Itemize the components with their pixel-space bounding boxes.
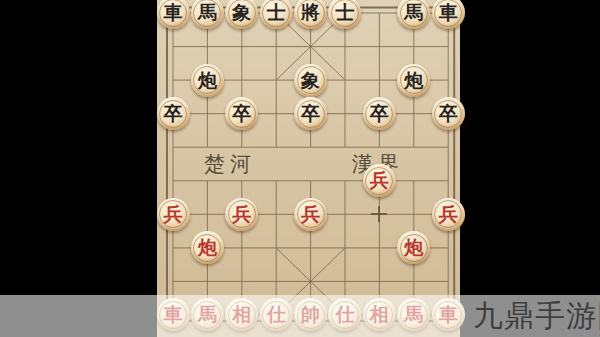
board-point-d2[interactable] (259, 63, 293, 97)
board-point-g6[interactable] (362, 197, 396, 231)
piece-glyph: 馬 (198, 3, 217, 22)
letterbox-left (0, 0, 157, 337)
board-point-e4[interactable] (293, 130, 327, 164)
board-point-f5[interactable] (328, 164, 362, 198)
piece-glyph: 卒 (370, 104, 389, 123)
board-point-e0[interactable]: 將 (293, 0, 327, 30)
board-point-f8[interactable] (328, 265, 362, 299)
board-point-b8[interactable] (190, 265, 224, 299)
board-point-f0[interactable]: 士 (328, 0, 362, 30)
board-point-b4[interactable] (190, 130, 224, 164)
board-point-b7[interactable]: 炮 (190, 231, 224, 265)
piece-black-advisor[interactable]: 士 (328, 0, 361, 29)
board-point-a7[interactable] (156, 231, 190, 265)
board-point-h2[interactable]: 炮 (397, 63, 431, 97)
board-point-c0[interactable]: 象 (225, 0, 259, 30)
board-point-a2[interactable] (156, 63, 190, 97)
xiangqi-board: 楚河 漢界 車馬象士將士馬車炮象炮卒卒卒卒卒兵兵兵兵兵炮炮車馬相仕帥仕相馬車 (157, 0, 460, 337)
board-point-g1[interactable] (362, 30, 396, 64)
board-point-g8[interactable] (362, 265, 396, 299)
board-point-c8[interactable] (225, 265, 259, 299)
board-point-a8[interactable] (156, 265, 190, 299)
piece-glyph: 兵 (439, 205, 458, 224)
board-point-i6[interactable]: 兵 (431, 197, 465, 231)
board-point-f3[interactable] (328, 97, 362, 131)
piece-glyph: 炮 (198, 238, 217, 257)
piece-glyph: 車 (164, 3, 183, 22)
board-point-g3[interactable]: 卒 (362, 97, 396, 131)
piece-black-horse[interactable]: 馬 (397, 0, 430, 29)
board-point-g5[interactable]: 兵 (362, 164, 396, 198)
board-point-a1[interactable] (156, 30, 190, 64)
piece-red-cannon[interactable]: 炮 (397, 231, 430, 264)
board-point-e8[interactable] (293, 265, 327, 299)
board-point-e1[interactable] (293, 30, 327, 64)
board-point-a0[interactable]: 車 (156, 0, 190, 30)
board-point-e6[interactable]: 兵 (293, 197, 327, 231)
board-point-c3[interactable]: 卒 (225, 97, 259, 131)
board-point-d1[interactable] (259, 30, 293, 64)
piece-red-soldier[interactable]: 兵 (157, 198, 190, 231)
board-point-c1[interactable] (225, 30, 259, 64)
piece-glyph: 馬 (404, 3, 423, 22)
piece-glyph: 炮 (404, 238, 423, 257)
board-point-g4[interactable] (362, 130, 396, 164)
board-point-d5[interactable] (259, 164, 293, 198)
letterbox-right (460, 0, 600, 337)
piece-glyph: 炮 (404, 71, 423, 90)
piece-glyph: 兵 (232, 205, 251, 224)
piece-black-soldier[interactable]: 卒 (225, 97, 258, 130)
board-point-c4[interactable] (225, 130, 259, 164)
board-point-d4[interactable] (259, 130, 293, 164)
board-point-b2[interactable]: 炮 (190, 63, 224, 97)
board-point-c7[interactable] (225, 231, 259, 265)
piece-glyph: 象 (232, 3, 251, 22)
board-point-i1[interactable] (431, 30, 465, 64)
board-point-e3[interactable]: 卒 (293, 97, 327, 131)
board-point-d6[interactable] (259, 197, 293, 231)
board-point-d8[interactable] (259, 265, 293, 299)
piece-glyph: 兵 (370, 171, 389, 190)
board-point-b3[interactable] (190, 97, 224, 131)
piece-black-general[interactable]: 將 (294, 0, 327, 29)
board-point-a6[interactable]: 兵 (156, 197, 190, 231)
board-point-i5[interactable] (431, 164, 465, 198)
board-point-f7[interactable] (328, 231, 362, 265)
board-point-f2[interactable] (328, 63, 362, 97)
board-point-a4[interactable] (156, 130, 190, 164)
board-point-b5[interactable] (190, 164, 224, 198)
piece-black-horse[interactable]: 馬 (191, 0, 224, 29)
piece-glyph: 兵 (301, 205, 320, 224)
piece-glyph: 車 (439, 3, 458, 22)
board-point-h5[interactable] (397, 164, 431, 198)
game-screenshot: 楚河 漢界 車馬象士將士馬車炮象炮卒卒卒卒卒兵兵兵兵兵炮炮車馬相仕帥仕相馬車 九… (0, 0, 600, 337)
watermark-text: 九鼎手游网 (473, 300, 600, 332)
piece-red-soldier[interactable]: 兵 (363, 164, 396, 197)
board-point-i0[interactable]: 車 (431, 0, 465, 30)
piece-black-soldier[interactable]: 卒 (432, 97, 465, 130)
board-point-e7[interactable] (293, 231, 327, 265)
piece-black-chariot[interactable]: 車 (157, 0, 190, 29)
board-point-g7[interactable] (362, 231, 396, 265)
piece-black-cannon[interactable]: 炮 (191, 64, 224, 97)
board-point-i2[interactable] (431, 63, 465, 97)
board-point-e5[interactable] (293, 164, 327, 198)
board-point-h1[interactable] (397, 30, 431, 64)
board-point-h3[interactable] (397, 97, 431, 131)
board-point-d3[interactable] (259, 97, 293, 131)
board-point-i4[interactable] (431, 130, 465, 164)
board-point-e2[interactable]: 象 (293, 63, 327, 97)
board-point-c5[interactable] (225, 164, 259, 198)
point-marker-cross (371, 206, 387, 222)
piece-red-soldier[interactable]: 兵 (432, 198, 465, 231)
piece-glyph: 炮 (198, 71, 217, 90)
piece-black-soldier[interactable]: 卒 (294, 97, 327, 130)
board-point-h8[interactable] (397, 265, 431, 299)
piece-glyph: 卒 (301, 104, 320, 123)
board-point-c2[interactable] (225, 63, 259, 97)
board-point-b6[interactable] (190, 197, 224, 231)
piece-glyph: 卒 (232, 104, 251, 123)
piece-red-soldier[interactable]: 兵 (225, 198, 258, 231)
board-point-b1[interactable] (190, 30, 224, 64)
piece-black-elephant[interactable]: 象 (294, 64, 327, 97)
board-point-g0[interactable] (362, 0, 396, 30)
board-point-h0[interactable]: 馬 (397, 0, 431, 30)
piece-black-cannon[interactable]: 炮 (397, 64, 430, 97)
piece-black-elephant[interactable]: 象 (225, 0, 258, 29)
board-point-f4[interactable] (328, 130, 362, 164)
piece-black-soldier[interactable]: 卒 (363, 97, 396, 130)
piece-glyph: 士 (335, 3, 354, 22)
piece-glyph: 將 (301, 3, 320, 22)
piece-glyph: 卒 (164, 104, 183, 123)
piece-glyph: 兵 (164, 205, 183, 224)
board-point-g2[interactable] (362, 63, 396, 97)
board-point-i8[interactable] (431, 265, 465, 299)
piece-glyph: 士 (267, 3, 286, 22)
pieces-grid: 車馬象士將士馬車炮象炮卒卒卒卒卒兵兵兵兵兵炮炮車馬相仕帥仕相馬車 (156, 0, 466, 332)
board-point-f6[interactable] (328, 197, 362, 231)
piece-black-advisor[interactable]: 士 (260, 0, 293, 29)
board-point-b0[interactable]: 馬 (190, 0, 224, 30)
board-point-d7[interactable] (259, 231, 293, 265)
board-point-a3[interactable]: 卒 (156, 97, 190, 131)
board-point-i3[interactable]: 卒 (431, 97, 465, 131)
board-point-h4[interactable] (397, 130, 431, 164)
piece-black-soldier[interactable]: 卒 (157, 97, 190, 130)
piece-glyph: 象 (301, 71, 320, 90)
piece-glyph: 卒 (439, 104, 458, 123)
board-point-d0[interactable]: 士 (259, 0, 293, 30)
piece-red-cannon[interactable]: 炮 (191, 231, 224, 264)
board-point-f1[interactable] (328, 30, 362, 64)
board-point-c6[interactable]: 兵 (225, 197, 259, 231)
board-point-h7[interactable]: 炮 (397, 231, 431, 265)
piece-red-soldier[interactable]: 兵 (294, 198, 327, 231)
board-point-a5[interactable] (156, 164, 190, 198)
board-point-h6[interactable] (397, 197, 431, 231)
piece-black-chariot[interactable]: 車 (432, 0, 465, 29)
board-point-i7[interactable] (431, 231, 465, 265)
